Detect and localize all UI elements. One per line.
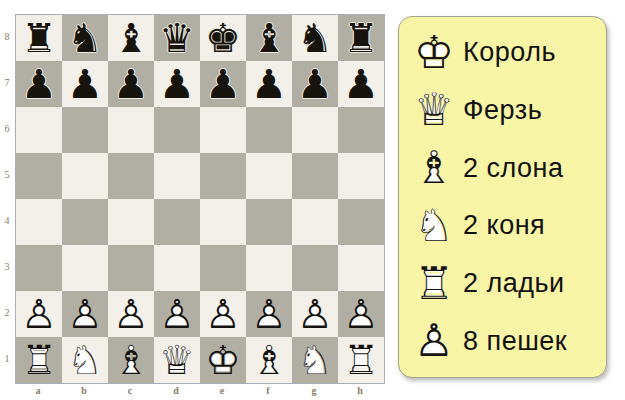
white-bishop-icon: ♝♗ bbox=[246, 337, 292, 383]
square-h3 bbox=[338, 245, 384, 291]
black-rook-icon: ♜ bbox=[16, 15, 62, 61]
white-knight-icon: ♞♘ bbox=[292, 337, 338, 383]
square-d5 bbox=[154, 153, 200, 199]
white-rook-icon: ♜♖ bbox=[405, 256, 463, 312]
square-h1: ♜♖ bbox=[338, 337, 384, 383]
square-e7: ♟ bbox=[200, 61, 246, 107]
square-e6 bbox=[200, 107, 246, 153]
square-c1: ♝♗ bbox=[108, 337, 154, 383]
square-d1: ♛♕ bbox=[154, 337, 200, 383]
legend-label-queen: Ферзь bbox=[463, 95, 542, 126]
square-f2: ♟♙ bbox=[246, 291, 292, 337]
black-pawn-icon: ♟ bbox=[246, 61, 292, 107]
square-c5 bbox=[108, 153, 154, 199]
legend-item-rook: ♜♖2 ладьи bbox=[405, 256, 604, 312]
square-c2: ♟♙ bbox=[108, 291, 154, 337]
white-pawn-icon: ♟♙ bbox=[108, 291, 154, 337]
black-bishop-icon: ♝ bbox=[246, 15, 292, 61]
white-knight-icon: ♞♘ bbox=[405, 198, 463, 254]
file-label-d: d bbox=[153, 384, 199, 398]
square-b3 bbox=[62, 245, 108, 291]
black-king-icon: ♚ bbox=[200, 15, 246, 61]
square-h7: ♟ bbox=[338, 61, 384, 107]
white-knight-icon: ♞♘ bbox=[62, 337, 108, 383]
white-pawn-icon: ♟♙ bbox=[200, 291, 246, 337]
white-pawn-icon: ♟♙ bbox=[246, 291, 292, 337]
white-pawn-icon: ♟♙ bbox=[16, 291, 62, 337]
white-rook-icon: ♜♖ bbox=[16, 337, 62, 383]
rank-label-1: 1 bbox=[0, 336, 14, 382]
black-pawn-icon: ♟ bbox=[338, 61, 384, 107]
black-knight-icon: ♞ bbox=[292, 15, 338, 61]
square-e5 bbox=[200, 153, 246, 199]
square-a2: ♟♙ bbox=[16, 291, 62, 337]
square-c6 bbox=[108, 107, 154, 153]
black-pawn-icon: ♟ bbox=[292, 61, 338, 107]
square-f6 bbox=[246, 107, 292, 153]
square-c8: ♝ bbox=[108, 15, 154, 61]
black-pawn-icon: ♟ bbox=[154, 61, 200, 107]
square-g4 bbox=[292, 199, 338, 245]
file-label-h: h bbox=[337, 384, 383, 398]
square-a1: ♜♖ bbox=[16, 337, 62, 383]
square-b5 bbox=[62, 153, 108, 199]
square-e1: ♚♔ bbox=[200, 337, 246, 383]
square-f1: ♝♗ bbox=[246, 337, 292, 383]
chess-lesson-figure: 87654321 ♜♞♝♛♚♝♞♜♟♟♟♟♟♟♟♟♟♙♟♙♟♙♟♙♟♙♟♙♟♙♟… bbox=[0, 0, 625, 400]
square-a3 bbox=[16, 245, 62, 291]
square-a6 bbox=[16, 107, 62, 153]
black-pawn-icon: ♟ bbox=[200, 61, 246, 107]
square-a5 bbox=[16, 153, 62, 199]
black-rook-icon: ♜ bbox=[338, 15, 384, 61]
rank-label-7: 7 bbox=[0, 60, 14, 106]
square-h4 bbox=[338, 199, 384, 245]
square-g2: ♟♙ bbox=[292, 291, 338, 337]
rank-label-2: 2 bbox=[0, 290, 14, 336]
legend-panel: ♚♔Король♛♕Ферзь♝♗2 слона♞♘2 коня♜♖2 ладь… bbox=[398, 16, 607, 378]
legend-item-king: ♚♔Король bbox=[405, 25, 604, 81]
square-b8: ♞ bbox=[62, 15, 108, 61]
black-pawn-icon: ♟ bbox=[16, 61, 62, 107]
file-label-b: b bbox=[61, 384, 107, 398]
file-label-f: f bbox=[245, 384, 291, 398]
white-queen-icon: ♛♕ bbox=[405, 82, 463, 138]
square-h8: ♜ bbox=[338, 15, 384, 61]
white-pawn-icon: ♟♙ bbox=[405, 313, 463, 369]
square-h5 bbox=[338, 153, 384, 199]
square-b6 bbox=[62, 107, 108, 153]
white-bishop-icon: ♝♗ bbox=[108, 337, 154, 383]
square-g1: ♞♘ bbox=[292, 337, 338, 383]
legend-item-pawn: ♟♙8 пешек bbox=[405, 313, 604, 369]
file-label-a: a bbox=[15, 384, 61, 398]
square-b7: ♟ bbox=[62, 61, 108, 107]
rank-label-5: 5 bbox=[0, 152, 14, 198]
square-e8: ♚ bbox=[200, 15, 246, 61]
square-f7: ♟ bbox=[246, 61, 292, 107]
file-label-e: e bbox=[199, 384, 245, 398]
square-a7: ♟ bbox=[16, 61, 62, 107]
chess-board: ♜♞♝♛♚♝♞♜♟♟♟♟♟♟♟♟♟♙♟♙♟♙♟♙♟♙♟♙♟♙♟♙♜♖♞♘♝♗♛♕… bbox=[15, 14, 385, 384]
square-g3 bbox=[292, 245, 338, 291]
square-d7: ♟ bbox=[154, 61, 200, 107]
square-b4 bbox=[62, 199, 108, 245]
square-c4 bbox=[108, 199, 154, 245]
square-g8: ♞ bbox=[292, 15, 338, 61]
square-h2: ♟♙ bbox=[338, 291, 384, 337]
legend-label-knight: 2 коня bbox=[463, 210, 545, 241]
white-pawn-icon: ♟♙ bbox=[62, 291, 108, 337]
square-d2: ♟♙ bbox=[154, 291, 200, 337]
square-f3 bbox=[246, 245, 292, 291]
white-king-icon: ♚♔ bbox=[405, 25, 463, 81]
white-pawn-icon: ♟♙ bbox=[292, 291, 338, 337]
square-d4 bbox=[154, 199, 200, 245]
black-pawn-icon: ♟ bbox=[108, 61, 154, 107]
black-knight-icon: ♞ bbox=[62, 15, 108, 61]
square-e4 bbox=[200, 199, 246, 245]
file-label-g: g bbox=[291, 384, 337, 398]
black-pawn-icon: ♟ bbox=[62, 61, 108, 107]
legend-item-bishop: ♝♗2 слона bbox=[405, 140, 604, 196]
legend-item-knight: ♞♘2 коня bbox=[405, 198, 604, 254]
square-e2: ♟♙ bbox=[200, 291, 246, 337]
square-g5 bbox=[292, 153, 338, 199]
square-d6 bbox=[154, 107, 200, 153]
square-d8: ♛ bbox=[154, 15, 200, 61]
rank-label-8: 8 bbox=[0, 14, 14, 60]
square-h6 bbox=[338, 107, 384, 153]
square-e3 bbox=[200, 245, 246, 291]
legend-label-bishop: 2 слона bbox=[463, 153, 564, 184]
square-g7: ♟ bbox=[292, 61, 338, 107]
black-queen-icon: ♛ bbox=[154, 15, 200, 61]
rank-label-3: 3 bbox=[0, 244, 14, 290]
legend-label-king: Король bbox=[463, 37, 556, 68]
square-a4 bbox=[16, 199, 62, 245]
white-pawn-icon: ♟♙ bbox=[154, 291, 200, 337]
white-bishop-icon: ♝♗ bbox=[405, 140, 463, 196]
white-rook-icon: ♜♖ bbox=[338, 337, 384, 383]
square-f4 bbox=[246, 199, 292, 245]
rank-label-6: 6 bbox=[0, 106, 14, 152]
black-bishop-icon: ♝ bbox=[108, 15, 154, 61]
square-a8: ♜ bbox=[16, 15, 62, 61]
legend-label-pawn: 8 пешек bbox=[463, 326, 567, 357]
white-pawn-icon: ♟♙ bbox=[338, 291, 384, 337]
square-f5 bbox=[246, 153, 292, 199]
legend-item-queen: ♛♕Ферзь bbox=[405, 82, 604, 138]
legend-label-rook: 2 ладьи bbox=[463, 268, 565, 299]
square-b1: ♞♘ bbox=[62, 337, 108, 383]
square-f8: ♝ bbox=[246, 15, 292, 61]
square-g6 bbox=[292, 107, 338, 153]
square-c7: ♟ bbox=[108, 61, 154, 107]
square-d3 bbox=[154, 245, 200, 291]
square-c3 bbox=[108, 245, 154, 291]
white-queen-icon: ♛♕ bbox=[154, 337, 200, 383]
white-king-icon: ♚♔ bbox=[200, 337, 246, 383]
square-b2: ♟♙ bbox=[62, 291, 108, 337]
file-label-c: c bbox=[107, 384, 153, 398]
rank-label-4: 4 bbox=[0, 198, 14, 244]
